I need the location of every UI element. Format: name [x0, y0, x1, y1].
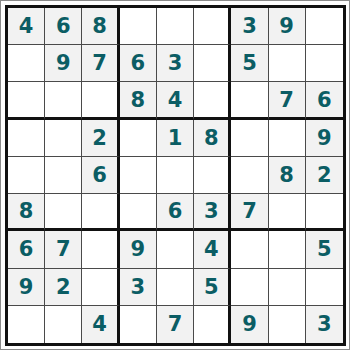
- cell-r6c8[interactable]: [269, 194, 306, 231]
- cell-r9c7[interactable]: 9: [231, 306, 268, 343]
- cell-r1c2[interactable]: 6: [45, 8, 82, 45]
- cell-r8c1[interactable]: 9: [8, 269, 45, 306]
- cell-r1c5[interactable]: [157, 8, 194, 45]
- cell-r1c6[interactable]: [194, 8, 231, 45]
- cell-r9c4[interactable]: [120, 306, 157, 343]
- cell-r5c1[interactable]: [8, 157, 45, 194]
- cell-r2c8[interactable]: [269, 45, 306, 82]
- cell-r9c5[interactable]: 7: [157, 306, 194, 343]
- cell-r4c3[interactable]: 2: [82, 120, 119, 157]
- cell-r3c5[interactable]: 4: [157, 82, 194, 119]
- cell-r2c7[interactable]: 5: [231, 45, 268, 82]
- cell-r7c3[interactable]: [82, 231, 119, 268]
- cell-r9c3[interactable]: 4: [82, 306, 119, 343]
- cell-r5c6[interactable]: [194, 157, 231, 194]
- cell-r8c6[interactable]: 5: [194, 269, 231, 306]
- cell-r6c2[interactable]: [45, 194, 82, 231]
- cell-r5c7[interactable]: [231, 157, 268, 194]
- cell-r1c1[interactable]: 4: [8, 8, 45, 45]
- cell-r7c8[interactable]: [269, 231, 306, 268]
- cell-r7c4[interactable]: 9: [120, 231, 157, 268]
- cell-r6c3[interactable]: [82, 194, 119, 231]
- cell-r8c5[interactable]: [157, 269, 194, 306]
- cell-r3c3[interactable]: [82, 82, 119, 119]
- cell-r6c5[interactable]: 6: [157, 194, 194, 231]
- cell-r3c6[interactable]: [194, 82, 231, 119]
- cell-r3c7[interactable]: [231, 82, 268, 119]
- cell-r2c2[interactable]: 9: [45, 45, 82, 82]
- cell-r7c9[interactable]: 5: [306, 231, 343, 268]
- sudoku-frame: 46839976358476218968286376794592354793: [0, 0, 350, 350]
- cell-r3c8[interactable]: 7: [269, 82, 306, 119]
- cell-r8c7[interactable]: [231, 269, 268, 306]
- cell-r2c4[interactable]: 6: [120, 45, 157, 82]
- cell-r8c9[interactable]: [306, 269, 343, 306]
- cell-r9c9[interactable]: 3: [306, 306, 343, 343]
- cell-r8c8[interactable]: [269, 269, 306, 306]
- cell-r2c5[interactable]: 3: [157, 45, 194, 82]
- cell-r6c1[interactable]: 8: [8, 194, 45, 231]
- cell-r7c6[interactable]: 4: [194, 231, 231, 268]
- cell-r9c8[interactable]: [269, 306, 306, 343]
- cell-r2c6[interactable]: [194, 45, 231, 82]
- cell-r5c9[interactable]: 2: [306, 157, 343, 194]
- cell-r7c2[interactable]: 7: [45, 231, 82, 268]
- cell-r3c1[interactable]: [8, 82, 45, 119]
- cell-r9c6[interactable]: [194, 306, 231, 343]
- cell-r1c9[interactable]: [306, 8, 343, 45]
- cell-r8c4[interactable]: 3: [120, 269, 157, 306]
- cell-r8c3[interactable]: [82, 269, 119, 306]
- cell-r3c4[interactable]: 8: [120, 82, 157, 119]
- cell-r4c6[interactable]: 8: [194, 120, 231, 157]
- cell-r6c6[interactable]: 3: [194, 194, 231, 231]
- cell-r5c3[interactable]: 6: [82, 157, 119, 194]
- cell-r4c2[interactable]: [45, 120, 82, 157]
- cell-r4c7[interactable]: [231, 120, 268, 157]
- cell-r7c1[interactable]: 6: [8, 231, 45, 268]
- cell-r7c7[interactable]: [231, 231, 268, 268]
- cell-r1c3[interactable]: 8: [82, 8, 119, 45]
- cell-r6c9[interactable]: [306, 194, 343, 231]
- cell-r5c8[interactable]: 8: [269, 157, 306, 194]
- cell-r9c1[interactable]: [8, 306, 45, 343]
- cell-r4c5[interactable]: 1: [157, 120, 194, 157]
- cell-r4c9[interactable]: 9: [306, 120, 343, 157]
- cell-r1c4[interactable]: [120, 8, 157, 45]
- cell-r6c7[interactable]: 7: [231, 194, 268, 231]
- cell-r9c2[interactable]: [45, 306, 82, 343]
- cell-r5c2[interactable]: [45, 157, 82, 194]
- cell-r2c1[interactable]: [8, 45, 45, 82]
- cell-r3c9[interactable]: 6: [306, 82, 343, 119]
- cell-r5c4[interactable]: [120, 157, 157, 194]
- cell-r1c7[interactable]: 3: [231, 8, 268, 45]
- cell-r4c4[interactable]: [120, 120, 157, 157]
- cell-r3c2[interactable]: [45, 82, 82, 119]
- cell-r7c5[interactable]: [157, 231, 194, 268]
- cell-r2c9[interactable]: [306, 45, 343, 82]
- cell-r4c8[interactable]: [269, 120, 306, 157]
- cell-r2c3[interactable]: 7: [82, 45, 119, 82]
- cell-r5c5[interactable]: [157, 157, 194, 194]
- cell-r4c1[interactable]: [8, 120, 45, 157]
- cell-r1c8[interactable]: 9: [269, 8, 306, 45]
- cell-r8c2[interactable]: 2: [45, 269, 82, 306]
- sudoku-board: 46839976358476218968286376794592354793: [5, 5, 346, 346]
- cell-r6c4[interactable]: [120, 194, 157, 231]
